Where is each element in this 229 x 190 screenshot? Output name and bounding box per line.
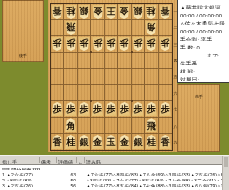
board-cell[interactable]: 歩 xyxy=(91,101,104,117)
shogi-piece[interactable]: 桂 xyxy=(65,5,77,19)
board-cell[interactable] xyxy=(51,69,64,85)
kifu-header-row: 指し手備考評価値←読み筋 xyxy=(0,156,229,165)
file-label: 7 xyxy=(77,0,91,2)
board-cell[interactable]: 香 xyxy=(159,134,172,150)
board-cell[interactable]: 桂 xyxy=(145,134,158,150)
column-separator[interactable] xyxy=(84,157,85,163)
board-cell[interactable] xyxy=(132,20,145,36)
board-cell[interactable]: 金 xyxy=(118,4,131,20)
piece-kanji: 歩 xyxy=(147,38,156,51)
shogi-piece[interactable]: 金 xyxy=(92,135,104,149)
shogi-piece[interactable]: 歩 xyxy=(118,37,130,51)
info-line: 00:00 / 00:00:00 xyxy=(178,25,229,33)
piece-kanji: 銀 xyxy=(80,135,89,148)
board-cell[interactable] xyxy=(105,69,118,85)
info-line: 手 数: 0 xyxy=(178,41,229,49)
board-cell[interactable]: 金 xyxy=(118,134,131,150)
board-cell[interactable]: 香 xyxy=(159,4,172,20)
piece-kanji: 歩 xyxy=(106,102,115,115)
piece-kanji: 歩 xyxy=(120,38,129,51)
kifu-cell-arrow xyxy=(78,187,84,190)
board-cell[interactable] xyxy=(105,85,118,101)
info-line: 棋 戦: xyxy=(178,65,229,73)
kifu-scrollbar-thumb[interactable] xyxy=(224,157,228,167)
board-cell[interactable]: 歩 xyxy=(145,36,158,52)
board-cell[interactable] xyxy=(105,53,118,69)
piece-kanji: 歩 xyxy=(133,38,142,51)
board-cell[interactable]: 歩 xyxy=(51,101,64,117)
file-label: 5 xyxy=(105,0,119,2)
board-cell[interactable]: 桂 xyxy=(64,4,77,20)
kifu-move-list: 指し手備考評価値←読み筋 **** 開始局面 ****1 ▲2六歩(27)63▲… xyxy=(0,155,229,190)
board-cell[interactable] xyxy=(118,69,131,85)
kifu-cell-pv: △3四歩(33)▲7六歩(77)△3二金(41)▲7八金(69)△8六歩(85)… xyxy=(86,187,222,190)
file-label: 4 xyxy=(118,0,132,2)
file-label: 2 xyxy=(146,0,160,2)
board-cell[interactable]: 歩 xyxy=(91,36,104,52)
board-cell[interactable] xyxy=(64,53,77,69)
file-coordinates: 987654321 xyxy=(50,0,173,2)
shogi-piece[interactable]: 飛 xyxy=(65,21,77,35)
board-cell[interactable]: 王 xyxy=(105,4,118,20)
board-cell[interactable] xyxy=(118,118,131,134)
shogi-app-window: 後手 987654321 香桂銀金王金銀桂香飛角歩歩歩歩歩歩歩歩歩歩歩歩歩歩歩歩… xyxy=(0,0,229,190)
board-cell[interactable]: 桂 xyxy=(145,4,158,20)
piece-kanji: 桂 xyxy=(147,5,156,18)
shogi-piece[interactable]: 銀 xyxy=(132,5,144,19)
board-cell[interactable] xyxy=(118,20,131,36)
board-cell[interactable]: 歩 xyxy=(64,36,77,52)
piece-kanji: 銀 xyxy=(80,5,89,18)
piece-kanji: 香 xyxy=(161,5,170,18)
board-cell[interactable] xyxy=(159,118,172,134)
shogi-board: 987654321 香桂銀金王金銀桂香飛角歩歩歩歩歩歩歩歩歩歩歩歩歩歩歩歩歩歩角… xyxy=(48,0,177,152)
board-cell[interactable] xyxy=(105,20,118,36)
komadai-gote: 後手 xyxy=(2,0,44,62)
board-cell[interactable]: 歩 xyxy=(78,101,91,117)
shogi-piece[interactable]: 銀 xyxy=(132,135,144,149)
piece-kanji: 歩 xyxy=(80,102,89,115)
piece-kanji: 歩 xyxy=(66,102,75,115)
shogi-piece[interactable]: 飛 xyxy=(145,118,157,132)
piece-kanji: 桂 xyxy=(147,135,156,148)
hoshi-dot xyxy=(90,100,92,102)
piece-kanji: 歩 xyxy=(66,38,75,51)
piece-kanji: 歩 xyxy=(53,38,62,51)
piece-kanji: 歩 xyxy=(53,102,62,115)
board-cell[interactable]: 香 xyxy=(51,134,64,150)
board-cell[interactable] xyxy=(132,118,145,134)
board-cell[interactable] xyxy=(105,118,118,134)
info-line: ▲藤井聡太銀河 xyxy=(178,1,229,9)
info-line: 先手番 xyxy=(178,57,229,65)
info-line: まで xyxy=(178,49,229,57)
board-cell[interactable]: 銀 xyxy=(132,134,145,150)
board-cell[interactable] xyxy=(132,53,145,69)
piece-kanji: 金 xyxy=(120,135,129,148)
piece-kanji: 歩 xyxy=(106,38,115,51)
board-cell[interactable] xyxy=(159,85,172,101)
piece-kanji: 銀 xyxy=(133,135,142,148)
board-cell[interactable] xyxy=(51,20,64,36)
board-cell[interactable] xyxy=(118,53,131,69)
piece-kanji: 桂 xyxy=(66,5,75,18)
info-line: △佐々木勇気七段 xyxy=(178,17,229,25)
board-cell[interactable] xyxy=(145,85,158,101)
kifu-cell-move: 4 △8五歩(84) xyxy=(2,187,40,190)
kifu-cell-note xyxy=(41,187,57,190)
board-cell[interactable]: 角 xyxy=(64,118,77,134)
board-cell[interactable] xyxy=(91,118,104,134)
piece-kanji: 角 xyxy=(147,21,156,34)
board-cell[interactable] xyxy=(159,69,172,85)
file-label: 6 xyxy=(91,0,105,2)
piece-kanji: 歩 xyxy=(80,38,89,51)
piece-kanji: 金 xyxy=(93,5,102,18)
board-cell[interactable]: 銀 xyxy=(78,4,91,20)
piece-kanji: 金 xyxy=(120,5,129,18)
shogi-piece[interactable]: 香 xyxy=(159,5,171,19)
hoshi-dot xyxy=(131,100,133,102)
file-label: 1 xyxy=(159,0,173,2)
piece-kanji: 王 xyxy=(106,5,115,18)
board-grid[interactable]: 香桂銀金王金銀桂香飛角歩歩歩歩歩歩歩歩歩歩歩歩歩歩歩歩歩歩角飛香桂銀金玉金銀桂香 xyxy=(50,3,173,151)
board-cell[interactable] xyxy=(145,69,158,85)
board-cell[interactable]: 歩 xyxy=(78,36,91,52)
piece-kanji: 銀 xyxy=(133,5,142,18)
board-cell[interactable] xyxy=(91,20,104,36)
shogi-piece[interactable]: 王 xyxy=(105,5,117,19)
komadai-sente-label: 先手 xyxy=(178,85,219,103)
piece-kanji: 飛 xyxy=(147,119,156,132)
shogi-piece[interactable]: 香 xyxy=(51,135,63,149)
piece-kanji: 歩 xyxy=(93,102,102,115)
board-cell[interactable] xyxy=(78,118,91,134)
board-cell[interactable] xyxy=(91,85,104,101)
piece-kanji: 桂 xyxy=(66,135,75,148)
shogi-piece[interactable]: 香 xyxy=(51,5,63,19)
board-cell[interactable] xyxy=(51,85,64,101)
piece-kanji: 歩 xyxy=(93,38,102,51)
kifu-cell-eval: 50 xyxy=(58,187,76,190)
file-label: 8 xyxy=(64,0,78,2)
board-cell[interactable]: 飛 xyxy=(64,20,77,36)
board-cell[interactable]: 銀 xyxy=(78,134,91,150)
piece-kanji: 歩 xyxy=(161,102,170,115)
board-cell[interactable]: 飛 xyxy=(145,118,158,134)
column-separator[interactable] xyxy=(56,157,57,163)
piece-kanji: 歩 xyxy=(147,102,156,115)
shogi-piece[interactable]: 歩 xyxy=(105,102,117,116)
board-cell[interactable] xyxy=(78,20,91,36)
komadai-sente: 先手 xyxy=(177,84,220,152)
game-info-panel: ▲藤井聡太銀河00:00 / 00:00:00△佐々木勇気七段00:00 / 0… xyxy=(177,0,229,83)
board-cell[interactable]: 歩 xyxy=(132,101,145,117)
column-separator[interactable] xyxy=(76,157,77,163)
shogi-piece[interactable]: 角 xyxy=(65,118,77,132)
board-cell[interactable] xyxy=(51,53,64,69)
board-cell[interactable]: 香 xyxy=(51,4,64,20)
hoshi-dot xyxy=(90,51,92,53)
board-cell[interactable] xyxy=(91,53,104,69)
board-cell[interactable]: 角 xyxy=(145,20,158,36)
shogi-piece[interactable]: 歩 xyxy=(145,37,157,51)
board-cell[interactable]: 歩 xyxy=(145,101,158,117)
shogi-piece[interactable]: 歩 xyxy=(78,37,90,51)
shogi-piece[interactable]: 歩 xyxy=(159,37,171,51)
shogi-piece[interactable]: 歩 xyxy=(159,102,171,116)
piece-kanji: 香 xyxy=(53,135,62,148)
komadai-gote-label: 後手 xyxy=(3,44,43,62)
file-label: 3 xyxy=(132,0,146,2)
shogi-piece[interactable]: 玉 xyxy=(105,135,117,149)
shogi-piece[interactable]: 香 xyxy=(159,135,171,149)
piece-kanji: 歩 xyxy=(161,38,170,51)
shogi-piece[interactable]: 金 xyxy=(118,135,130,149)
board-cell[interactable]: 歩 xyxy=(159,101,172,117)
board-cell[interactable]: 歩 xyxy=(51,36,64,52)
board-cell[interactable]: 歩 xyxy=(159,36,172,52)
file-label: 9 xyxy=(50,0,64,2)
board-cell[interactable] xyxy=(91,69,104,85)
info-line: 対局日: xyxy=(178,73,229,81)
board-cell[interactable]: 歩 xyxy=(105,36,118,52)
shogi-piece[interactable]: 歩 xyxy=(105,37,117,51)
board-cell[interactable] xyxy=(78,53,91,69)
board-cell[interactable] xyxy=(78,69,91,85)
info-line: 手合割: 平手 xyxy=(178,33,229,41)
shogi-piece[interactable]: 銀 xyxy=(78,5,90,19)
board-cell[interactable] xyxy=(118,85,131,101)
shogi-piece[interactable]: 桂 xyxy=(145,135,157,149)
board-cell[interactable] xyxy=(145,53,158,69)
piece-kanji: 歩 xyxy=(120,102,129,115)
board-cell[interactable]: 玉 xyxy=(105,134,118,150)
board-cell[interactable]: 歩 xyxy=(118,36,131,52)
kifu-column-header[interactable]: 読み筋 xyxy=(86,156,222,164)
shogi-piece[interactable]: 金 xyxy=(118,5,130,19)
board-cell[interactable] xyxy=(51,118,64,134)
kifu-column-header[interactable]: 指し手 xyxy=(2,156,40,164)
kifu-column-header[interactable]: 評価値 xyxy=(58,156,76,164)
shogi-piece[interactable]: 銀 xyxy=(78,135,90,149)
shogi-piece[interactable]: 歩 xyxy=(65,102,77,116)
board-cell[interactable] xyxy=(64,69,77,85)
board-cell[interactable]: 桂 xyxy=(64,134,77,150)
hoshi-dot xyxy=(131,51,133,53)
piece-kanji: 飛 xyxy=(66,21,75,34)
shogi-piece[interactable]: 歩 xyxy=(118,102,130,116)
shogi-piece[interactable]: 歩 xyxy=(51,37,63,51)
shogi-piece[interactable]: 歩 xyxy=(145,102,157,116)
shogi-piece[interactable]: 歩 xyxy=(92,102,104,116)
piece-kanji: 歩 xyxy=(133,102,142,115)
board-cell[interactable] xyxy=(159,20,172,36)
board-cell[interactable] xyxy=(132,69,145,85)
board-cell[interactable] xyxy=(64,85,77,101)
shogi-piece[interactable]: 金 xyxy=(92,5,104,19)
piece-kanji: 金 xyxy=(93,135,102,148)
board-cell[interactable]: 歩 xyxy=(132,36,145,52)
shogi-piece[interactable]: 歩 xyxy=(78,102,90,116)
board-cell[interactable]: 歩 xyxy=(64,101,77,117)
piece-kanji: 角 xyxy=(66,119,75,132)
shogi-piece[interactable]: 桂 xyxy=(145,5,157,19)
board-cell[interactable]: 金 xyxy=(91,4,104,20)
info-line: 00:00 / 00:00:00 xyxy=(178,9,229,17)
shogi-piece[interactable]: 歩 xyxy=(51,102,63,116)
shogi-piece[interactable]: 角 xyxy=(145,21,157,35)
board-cell[interactable] xyxy=(78,85,91,101)
board-cell[interactable] xyxy=(159,53,172,69)
kifu-column-header[interactable]: 備考 xyxy=(41,156,57,164)
board-cell[interactable] xyxy=(132,85,145,101)
board-cell[interactable]: 歩 xyxy=(118,101,131,117)
kifu-row[interactable]: 4 △8五歩(84)50△3四歩(33)▲7六歩(77)△3二金(41)▲7八金… xyxy=(0,187,229,190)
piece-kanji: 香 xyxy=(161,135,170,148)
kifu-body: **** 開始局面 ****1 ▲2六歩(27)63▲7六歩(77)△8四歩(8… xyxy=(0,165,229,190)
shogi-piece[interactable]: 歩 xyxy=(132,37,144,51)
column-separator[interactable] xyxy=(39,157,40,163)
piece-kanji: 玉 xyxy=(106,135,115,148)
shogi-piece[interactable]: 歩 xyxy=(92,37,104,51)
board-cell[interactable]: 金 xyxy=(91,134,104,150)
shogi-piece[interactable]: 桂 xyxy=(65,135,77,149)
kifu-scrollbar[interactable] xyxy=(222,156,229,190)
board-cell[interactable]: 銀 xyxy=(132,4,145,20)
shogi-piece[interactable]: 歩 xyxy=(65,37,77,51)
board-cell[interactable]: 歩 xyxy=(105,101,118,117)
piece-kanji: 香 xyxy=(53,5,62,18)
shogi-piece[interactable]: 歩 xyxy=(132,102,144,116)
